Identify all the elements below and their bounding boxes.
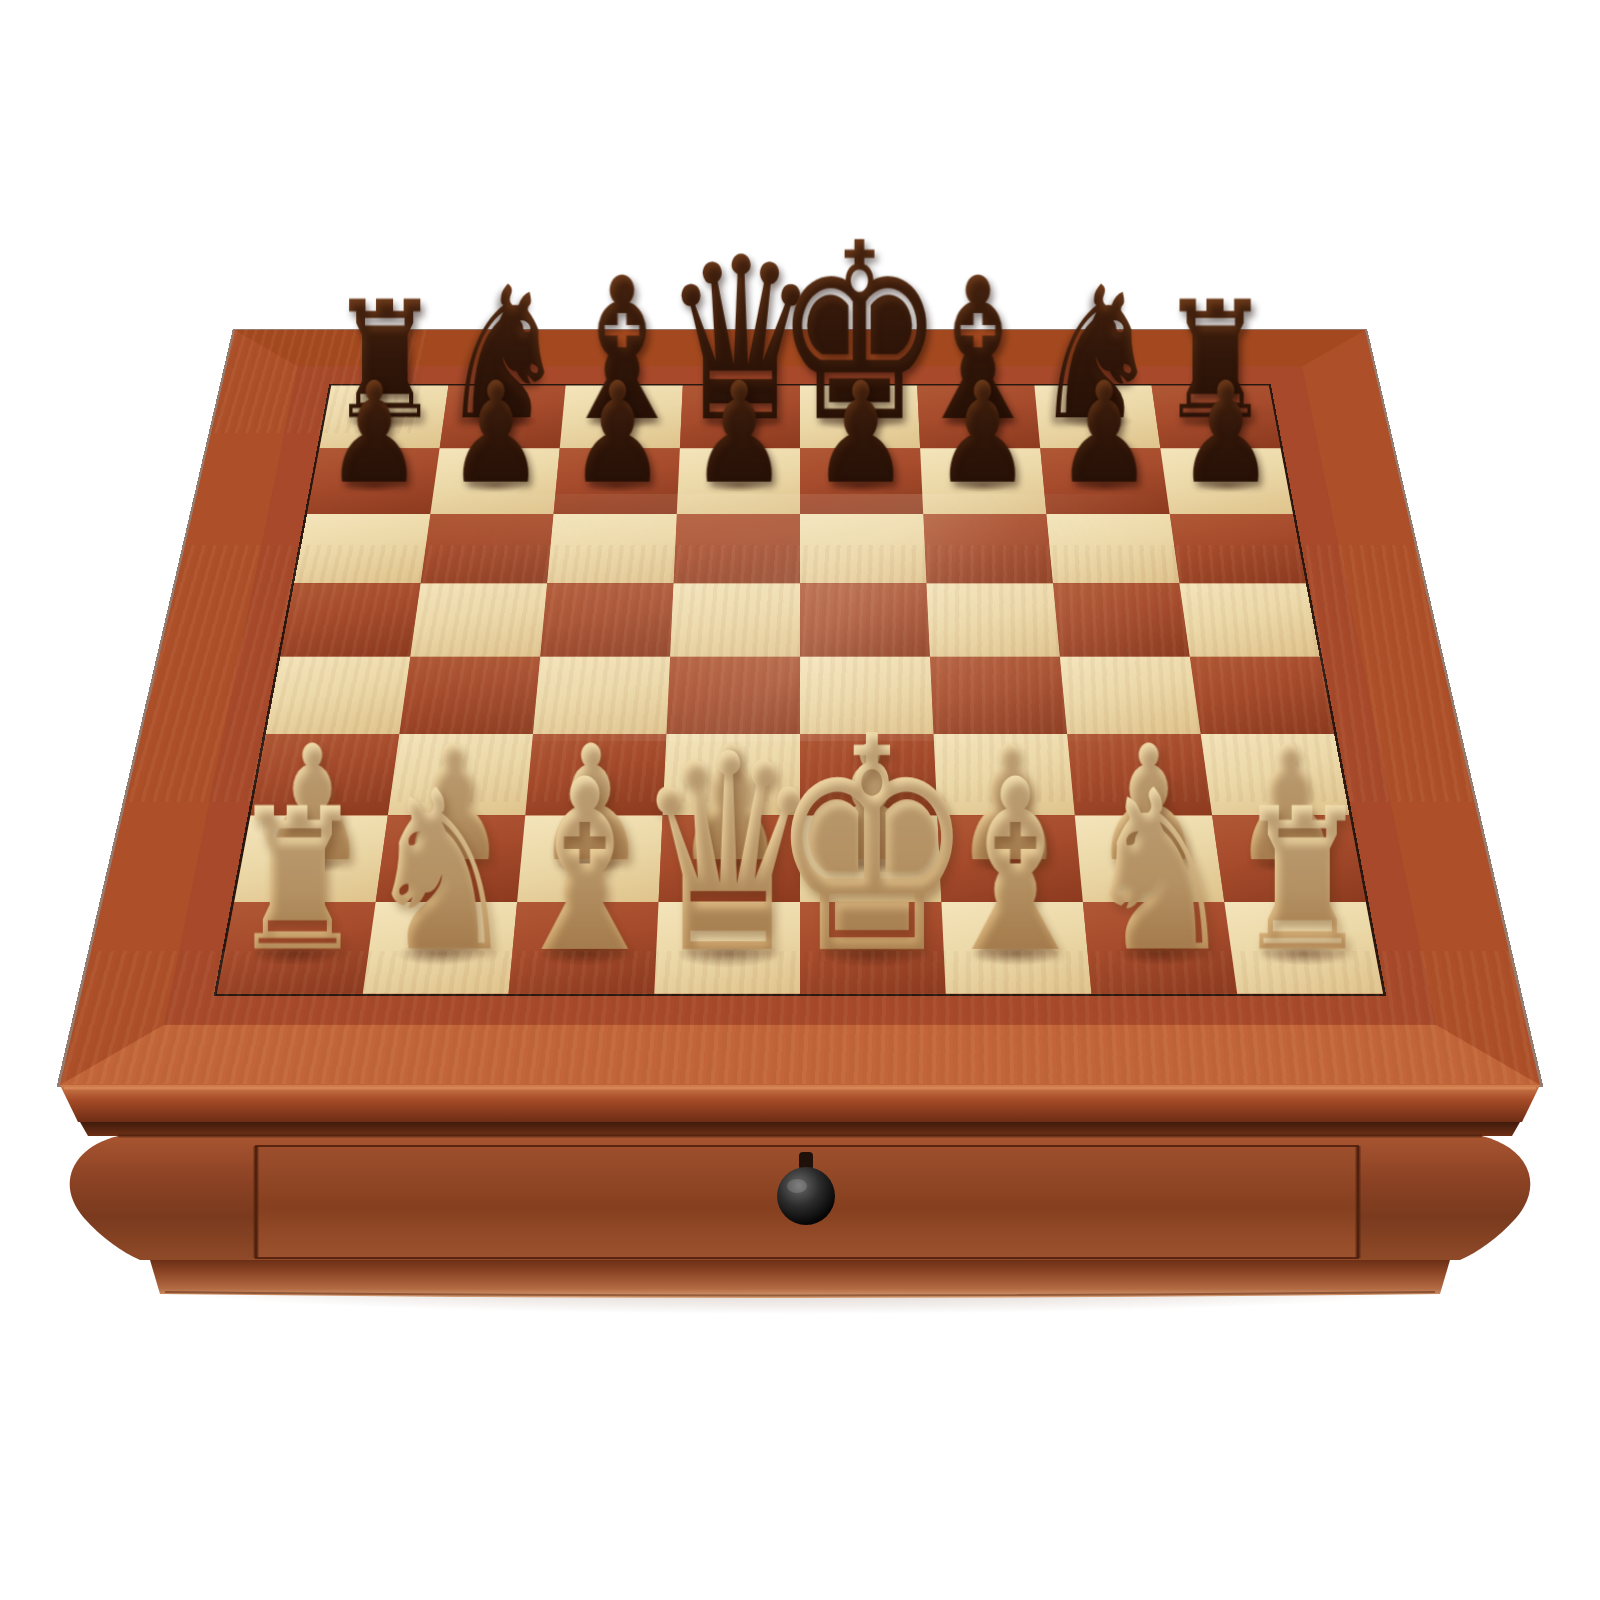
drawer-front [256, 1146, 1358, 1258]
base-body [70, 1136, 1531, 1260]
chess-set-photo: ♜♞♝♛♚♝♞♜♟♟♟♟♟♟♟♟♟♟♟♟♟♟♟♟♜♞♝♛♚♝♞♜ [0, 0, 1600, 1600]
photo-background: ♜♞♝♛♚♝♞♜♟♟♟♟♟♟♟♟♟♟♟♟♟♟♟♟♜♞♝♛♚♝♞♜ [0, 0, 1600, 1600]
chess-box-top-surface: ♜♞♝♛♚♝♞♜♟♟♟♟♟♟♟♟♟♟♟♟♟♟♟♟♜♞♝♛♚♝♞♜ [60, 330, 1540, 1085]
plinth-line [165, 1292, 1435, 1296]
tabletop-front-edge [60, 1085, 1540, 1122]
ground-shadow [140, 1258, 1460, 1314]
drawer-knob [777, 1167, 835, 1225]
perspective-container: ♜♞♝♛♚♝♞♜♟♟♟♟♟♟♟♟♟♟♟♟♟♟♟♟♜♞♝♛♚♝♞♜ [60, 0, 1540, 1085]
lip-shadow [80, 1122, 1520, 1136]
base-plinth [150, 1260, 1450, 1298]
knob-stem [799, 1152, 813, 1170]
knob-highlight [787, 1179, 807, 1193]
